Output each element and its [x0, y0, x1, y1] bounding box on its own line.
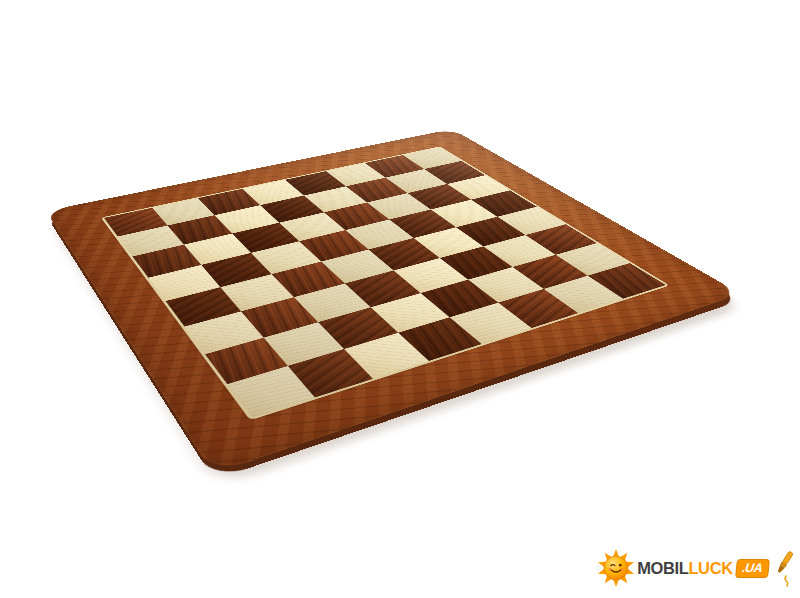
watermark-text: MOBILLUCK.UA: [637, 559, 769, 578]
watermark-luck: LUCK: [688, 559, 732, 578]
watermark-logo: MOBILLUCK.UA: [597, 549, 796, 587]
brush-icon: [772, 549, 796, 587]
product-photo-chessboard: MOBILLUCK.UA: [0, 0, 800, 598]
ua-badge: .UA: [735, 559, 770, 578]
sun-icon: [597, 549, 635, 587]
watermark-mobil: MOBIL: [637, 559, 688, 578]
